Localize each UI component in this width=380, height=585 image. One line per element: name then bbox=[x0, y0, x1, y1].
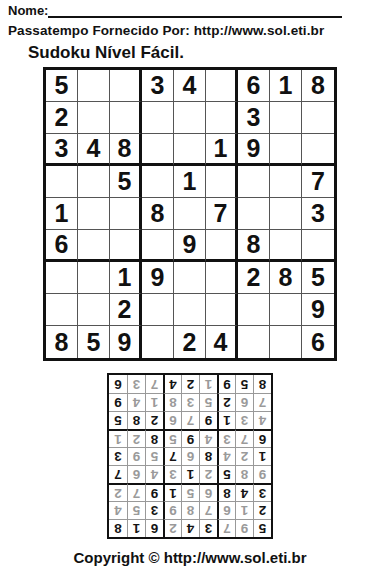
solution-cell-r9c9: 6 bbox=[109, 375, 127, 393]
solution-cell-r8c8: 4 bbox=[127, 393, 145, 411]
name-row: Nome: bbox=[8, 3, 372, 18]
puzzle-cell-r6c8 bbox=[270, 230, 302, 262]
puzzle-cell-r2c5 bbox=[174, 102, 206, 134]
solution-cell-r8c7: 1 bbox=[145, 393, 163, 411]
solution-cell-r5c8: 9 bbox=[127, 447, 145, 465]
solution-cell-r4c8: 6 bbox=[127, 465, 145, 483]
puzzle-cell-r2c9 bbox=[302, 102, 334, 134]
solution-cell-r7c8: 8 bbox=[127, 411, 145, 429]
puzzle-cell-r9c8 bbox=[270, 326, 302, 358]
solution-cell-r2c9: 4 bbox=[109, 501, 127, 519]
solution-cell-r3c7: 9 bbox=[145, 483, 163, 501]
solution-cell-r1c1: 5 bbox=[253, 519, 271, 537]
puzzle-cell-r9c1: 8 bbox=[46, 326, 78, 358]
puzzle-cell-r3c8 bbox=[270, 134, 302, 166]
puzzle-cell-r7c7: 2 bbox=[238, 262, 270, 294]
solution-cell-r7c7: 2 bbox=[145, 411, 163, 429]
solution-cell-r4c9: 7 bbox=[109, 465, 127, 483]
solution-cell-r6c7: 8 bbox=[145, 429, 163, 447]
puzzle-cell-r6c4 bbox=[142, 230, 174, 262]
solution-cell-r6c4: 4 bbox=[199, 429, 217, 447]
solution-cell-r3c1: 3 bbox=[253, 483, 271, 501]
puzzle-cell-r2c7: 3 bbox=[238, 102, 270, 134]
puzzle-cell-r5c7 bbox=[238, 198, 270, 230]
puzzle-cell-r4c2 bbox=[78, 166, 110, 198]
puzzle-cell-r2c4 bbox=[142, 102, 174, 134]
puzzle-cell-r6c1: 6 bbox=[46, 230, 78, 262]
puzzle-cell-r3c2: 4 bbox=[78, 134, 110, 166]
puzzle-cell-r6c3 bbox=[110, 230, 142, 262]
puzzle-cell-r1c2 bbox=[78, 70, 110, 102]
solution-cell-r2c6: 9 bbox=[163, 501, 181, 519]
puzzle-cell-r8c9: 9 bbox=[302, 294, 334, 326]
solution-cell-r3c5: 5 bbox=[181, 483, 199, 501]
puzzle-cell-r7c4: 9 bbox=[142, 262, 174, 294]
solution-cell-r6c3: 3 bbox=[217, 429, 235, 447]
puzzle-cell-r8c5 bbox=[174, 294, 206, 326]
solution-cell-r7c5: 7 bbox=[181, 411, 199, 429]
solution-cell-r1c8: 1 bbox=[127, 519, 145, 537]
puzzle-cell-r1c4: 3 bbox=[142, 70, 174, 102]
puzzle-cell-r6c5: 9 bbox=[174, 230, 206, 262]
puzzle-cell-r5c9: 3 bbox=[302, 198, 334, 230]
puzzle-cell-r7c6 bbox=[206, 262, 238, 294]
solution-cell-r4c1: 9 bbox=[253, 465, 271, 483]
solution-cell-r5c9: 3 bbox=[109, 447, 127, 465]
solution-cell-r2c7: 3 bbox=[145, 501, 163, 519]
puzzle-cell-r3c9 bbox=[302, 134, 334, 166]
solution-cell-r9c7: 7 bbox=[145, 375, 163, 393]
puzzle-cell-r5c3 bbox=[110, 198, 142, 230]
puzzle-cell-r5c1: 1 bbox=[46, 198, 78, 230]
puzzle-cell-r9c4 bbox=[142, 326, 174, 358]
solution-cell-r2c3: 6 bbox=[217, 501, 235, 519]
solution-cell-r8c3: 2 bbox=[217, 393, 235, 411]
puzzle-cell-r8c1 bbox=[46, 294, 78, 326]
puzzle-cell-r5c6: 7 bbox=[206, 198, 238, 230]
puzzle-cell-r3c7: 9 bbox=[238, 134, 270, 166]
solution-cell-r4c7: 4 bbox=[145, 465, 163, 483]
solution-cell-r1c5: 4 bbox=[181, 519, 199, 537]
solution-cell-r6c6: 5 bbox=[163, 429, 181, 447]
puzzle-cell-r5c4: 8 bbox=[142, 198, 174, 230]
solution-cell-r4c2: 8 bbox=[235, 465, 253, 483]
solution-cell-r5c2: 2 bbox=[235, 447, 253, 465]
solution-cell-r1c7: 6 bbox=[145, 519, 163, 537]
puzzle-cell-r1c5: 4 bbox=[174, 70, 206, 102]
solution-cell-r7c6: 6 bbox=[163, 411, 181, 429]
solution-cell-r6c1: 6 bbox=[253, 429, 271, 447]
solution-grid: 5973426182167893543486519729852134671248… bbox=[107, 373, 273, 539]
solution-cell-r7c4: 9 bbox=[199, 411, 217, 429]
puzzle-cell-r8c3: 2 bbox=[110, 294, 142, 326]
puzzle-cell-r7c8: 8 bbox=[270, 262, 302, 294]
solution-cell-r5c5: 6 bbox=[181, 447, 199, 465]
puzzle-cell-r4c3: 5 bbox=[110, 166, 142, 198]
solution-cell-r7c2: 3 bbox=[235, 411, 253, 429]
solution-cell-r6c5: 9 bbox=[181, 429, 199, 447]
solution-area: 5973426182167893543486519729852134671248… bbox=[8, 373, 372, 539]
puzzle-cell-r3c6: 1 bbox=[206, 134, 238, 166]
solution-cell-r9c8: 3 bbox=[127, 375, 145, 393]
puzzle-cell-r2c6 bbox=[206, 102, 238, 134]
solution-cell-r2c4: 7 bbox=[199, 501, 217, 519]
puzzle-cell-r6c9 bbox=[302, 230, 334, 262]
solution-cell-r2c8: 5 bbox=[127, 501, 145, 519]
solution-cell-r7c3: 1 bbox=[217, 411, 235, 429]
puzzle-cell-r4c9: 7 bbox=[302, 166, 334, 198]
puzzle-cell-r8c8 bbox=[270, 294, 302, 326]
solution-cell-r5c6: 7 bbox=[163, 447, 181, 465]
puzzle-cell-r4c5: 1 bbox=[174, 166, 206, 198]
solution-cell-r1c4: 3 bbox=[199, 519, 217, 537]
puzzle-cell-r1c6 bbox=[206, 70, 238, 102]
solution-cell-r5c3: 4 bbox=[217, 447, 235, 465]
puzzle-cell-r3c4 bbox=[142, 134, 174, 166]
solution-cell-r1c2: 9 bbox=[235, 519, 253, 537]
solution-cell-r3c2: 4 bbox=[235, 483, 253, 501]
puzzle-cell-r4c8 bbox=[270, 166, 302, 198]
puzzle-cell-r7c2 bbox=[78, 262, 110, 294]
puzzle-cell-r2c1: 2 bbox=[46, 102, 78, 134]
solution-cell-r2c1: 2 bbox=[253, 501, 271, 519]
solution-cell-r9c6: 4 bbox=[163, 375, 181, 393]
solution-cell-r9c5: 2 bbox=[181, 375, 199, 393]
puzzle-cell-r6c7: 8 bbox=[238, 230, 270, 262]
solution-cell-r5c4: 8 bbox=[199, 447, 217, 465]
puzzle-cell-r5c5 bbox=[174, 198, 206, 230]
puzzle-cell-r8c7 bbox=[238, 294, 270, 326]
puzzle-cell-r9c2: 5 bbox=[78, 326, 110, 358]
solution-cell-r6c8: 2 bbox=[127, 429, 145, 447]
puzzle-cell-r8c2 bbox=[78, 294, 110, 326]
solution-cell-r3c4: 6 bbox=[199, 483, 217, 501]
puzzle-cell-r9c9: 6 bbox=[302, 326, 334, 358]
solution-cell-r1c9: 8 bbox=[109, 519, 127, 537]
solution-cell-r3c8: 7 bbox=[127, 483, 145, 501]
solution-cell-r8c6: 8 bbox=[163, 393, 181, 411]
solution-cell-r3c3: 8 bbox=[217, 483, 235, 501]
puzzle-cell-r4c1 bbox=[46, 166, 78, 198]
solution-cell-r6c9: 1 bbox=[109, 429, 127, 447]
puzzle-cell-r1c3 bbox=[110, 70, 142, 102]
puzzle-cell-r7c9: 5 bbox=[302, 262, 334, 294]
puzzle-cell-r2c3 bbox=[110, 102, 142, 134]
solution-cell-r4c4: 2 bbox=[199, 465, 217, 483]
solution-cell-r4c3: 5 bbox=[217, 465, 235, 483]
solution-cell-r9c3: 9 bbox=[217, 375, 235, 393]
solution-cell-r4c6: 3 bbox=[163, 465, 181, 483]
puzzle-cell-r9c3: 9 bbox=[110, 326, 142, 358]
puzzle-cell-r1c9: 8 bbox=[302, 70, 334, 102]
puzzle-cell-r5c2 bbox=[78, 198, 110, 230]
puzzle-grid: 534618233481951718736981928529859246 bbox=[43, 67, 337, 361]
puzzle-cell-r8c4 bbox=[142, 294, 174, 326]
copyright-text: Copyright © http://www.sol.eti.br bbox=[8, 549, 372, 566]
puzzle-cell-r3c5 bbox=[174, 134, 206, 166]
solution-cell-r9c1: 8 bbox=[253, 375, 271, 393]
solution-cell-r8c9: 9 bbox=[109, 393, 127, 411]
puzzle-cell-r5c8 bbox=[270, 198, 302, 230]
puzzle-cell-r7c3: 1 bbox=[110, 262, 142, 294]
solution-cell-r9c2: 5 bbox=[235, 375, 253, 393]
solution-cell-r8c2: 6 bbox=[235, 393, 253, 411]
solution-cell-r4c5: 1 bbox=[181, 465, 199, 483]
puzzle-cell-r7c5 bbox=[174, 262, 206, 294]
solution-cell-r2c5: 8 bbox=[181, 501, 199, 519]
puzzle-cell-r2c8 bbox=[270, 102, 302, 134]
puzzle-cell-r7c1 bbox=[46, 262, 78, 294]
solution-cell-r1c6: 2 bbox=[163, 519, 181, 537]
solution-cell-r5c7: 5 bbox=[145, 447, 163, 465]
puzzle-cell-r9c7 bbox=[238, 326, 270, 358]
puzzle-cell-r1c1: 5 bbox=[46, 70, 78, 102]
name-label: Nome: bbox=[8, 3, 48, 18]
solution-cell-r6c2: 7 bbox=[235, 429, 253, 447]
solution-cell-r7c1: 4 bbox=[253, 411, 271, 429]
solution-cell-r5c1: 1 bbox=[253, 447, 271, 465]
puzzle-cell-r1c7: 6 bbox=[238, 70, 270, 102]
solution-cell-r8c4: 5 bbox=[199, 393, 217, 411]
solution-cell-r8c1: 7 bbox=[253, 393, 271, 411]
provider-line: Passatempo Fornecido Por: http://www.sol… bbox=[8, 23, 372, 38]
puzzle-cell-r4c6 bbox=[206, 166, 238, 198]
puzzle-cell-r8c6 bbox=[206, 294, 238, 326]
puzzle-cell-r2c2 bbox=[78, 102, 110, 134]
page-title: Sudoku Nível Fácil. bbox=[28, 43, 372, 63]
puzzle-cell-r3c1: 3 bbox=[46, 134, 78, 166]
solution-cell-r3c6: 1 bbox=[163, 483, 181, 501]
solution-cell-r9c4: 1 bbox=[199, 375, 217, 393]
solution-cell-r2c2: 1 bbox=[235, 501, 253, 519]
puzzle-cell-r3c3: 8 bbox=[110, 134, 142, 166]
puzzle-cell-r1c8: 1 bbox=[270, 70, 302, 102]
puzzle-cell-r4c4 bbox=[142, 166, 174, 198]
puzzle-cell-r9c6: 4 bbox=[206, 326, 238, 358]
puzzle-cell-r6c6 bbox=[206, 230, 238, 262]
puzzle-cell-r6c2 bbox=[78, 230, 110, 262]
name-blank-line bbox=[48, 3, 342, 18]
puzzle-cell-r9c5: 2 bbox=[174, 326, 206, 358]
solution-cell-r8c5: 3 bbox=[181, 393, 199, 411]
solution-cell-r3c9: 2 bbox=[109, 483, 127, 501]
puzzle-cell-r4c7 bbox=[238, 166, 270, 198]
solution-cell-r1c3: 7 bbox=[217, 519, 235, 537]
solution-cell-r7c9: 5 bbox=[109, 411, 127, 429]
